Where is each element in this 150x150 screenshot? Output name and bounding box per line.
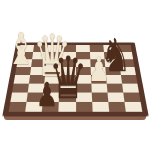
square-a3[interactable] — [12, 83, 29, 92]
square-a2[interactable] — [10, 92, 28, 101]
square-h3[interactable] — [121, 83, 138, 92]
square-f1[interactable] — [91, 101, 108, 111]
piece-white-pawn-f5[interactable]: ♟ — [88, 53, 110, 86]
square-g1[interactable] — [108, 101, 126, 111]
chess-illustration: ♝♛♟♞♛♟ — [0, 0, 150, 150]
square-h2[interactable] — [123, 92, 141, 101]
piece-black-pawn-c1[interactable]: ♟ — [36, 78, 58, 111]
square-a1[interactable] — [8, 101, 26, 111]
square-f2[interactable] — [91, 92, 108, 101]
square-g2[interactable] — [107, 92, 124, 101]
piece-white-bishop-a6[interactable]: ♝ — [6, 27, 35, 71]
square-a4[interactable] — [13, 75, 30, 83]
square-h1[interactable] — [124, 101, 142, 111]
